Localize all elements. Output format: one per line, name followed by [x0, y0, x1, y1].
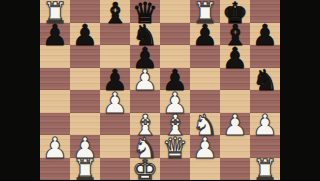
- square-c4[interactable]: ♟: [100, 90, 130, 113]
- square-h6[interactable]: [250, 45, 280, 68]
- square-h3[interactable]: ♟: [250, 113, 280, 136]
- square-c1[interactable]: [100, 158, 130, 181]
- square-b3[interactable]: [70, 113, 100, 136]
- square-b2[interactable]: ♟: [70, 135, 100, 158]
- square-g6[interactable]: ♟: [220, 45, 250, 68]
- chess-board: ♜♝♛♜♚♟♟♞♟♝♟♟♟♟♟♟♞♟♟♝♝♞♟♟♟♟♞♛♟♜♚♜: [40, 0, 280, 180]
- square-g1[interactable]: [220, 158, 250, 181]
- square-g3[interactable]: ♟: [220, 113, 250, 136]
- square-e7[interactable]: [160, 23, 190, 46]
- square-c3[interactable]: [100, 113, 130, 136]
- square-f6[interactable]: [190, 45, 220, 68]
- square-f8[interactable]: ♜: [190, 0, 220, 23]
- square-a5[interactable]: [40, 68, 70, 91]
- square-b4[interactable]: [70, 90, 100, 113]
- square-b6[interactable]: [70, 45, 100, 68]
- square-c8[interactable]: ♝: [100, 0, 130, 23]
- video-frame: ♜♝♛♜♚♟♟♞♟♝♟♟♟♟♟♟♞♟♟♝♝♞♟♟♟♟♞♛♟♜♚♜: [0, 0, 320, 180]
- letterbox-right: [280, 0, 320, 180]
- square-c5[interactable]: ♟: [100, 68, 130, 91]
- square-a8[interactable]: ♜: [40, 0, 70, 23]
- square-h4[interactable]: [250, 90, 280, 113]
- square-a6[interactable]: [40, 45, 70, 68]
- square-g2[interactable]: [220, 135, 250, 158]
- square-g5[interactable]: [220, 68, 250, 91]
- square-d5[interactable]: ♟: [130, 68, 160, 91]
- square-d2[interactable]: ♞: [130, 135, 160, 158]
- square-h7[interactable]: ♟: [250, 23, 280, 46]
- square-d1[interactable]: ♚: [130, 158, 160, 181]
- white-rook-h1: ♜: [252, 156, 278, 180]
- square-c6[interactable]: [100, 45, 130, 68]
- square-h2[interactable]: [250, 135, 280, 158]
- square-e8[interactable]: [160, 0, 190, 23]
- square-h5[interactable]: ♞: [250, 68, 280, 91]
- white-rook-b1: ♜: [72, 156, 98, 180]
- square-d6[interactable]: ♟: [130, 45, 160, 68]
- letterbox-left: [0, 0, 40, 180]
- square-f4[interactable]: [190, 90, 220, 113]
- square-a3[interactable]: [40, 113, 70, 136]
- square-a4[interactable]: [40, 90, 70, 113]
- square-h1[interactable]: ♜: [250, 158, 280, 181]
- square-b1[interactable]: ♜: [70, 158, 100, 181]
- square-a7[interactable]: ♟: [40, 23, 70, 46]
- square-g4[interactable]: [220, 90, 250, 113]
- square-e2[interactable]: ♛: [160, 135, 190, 158]
- square-d3[interactable]: ♝: [130, 113, 160, 136]
- square-b8[interactable]: [70, 0, 100, 23]
- white-king-d1: ♚: [132, 156, 158, 180]
- square-f3[interactable]: ♞: [190, 113, 220, 136]
- square-h8[interactable]: [250, 0, 280, 23]
- square-a1[interactable]: [40, 158, 70, 181]
- square-f7[interactable]: ♟: [190, 23, 220, 46]
- square-f5[interactable]: [190, 68, 220, 91]
- square-d7[interactable]: ♞: [130, 23, 160, 46]
- square-c2[interactable]: [100, 135, 130, 158]
- square-b7[interactable]: ♟: [70, 23, 100, 46]
- square-g8[interactable]: ♚: [220, 0, 250, 23]
- square-d8[interactable]: ♛: [130, 0, 160, 23]
- square-e5[interactable]: ♟: [160, 68, 190, 91]
- square-e6[interactable]: [160, 45, 190, 68]
- square-e1[interactable]: [160, 158, 190, 181]
- square-d4[interactable]: [130, 90, 160, 113]
- square-f2[interactable]: ♟: [190, 135, 220, 158]
- square-a2[interactable]: ♟: [40, 135, 70, 158]
- square-b5[interactable]: [70, 68, 100, 91]
- square-c7[interactable]: [100, 23, 130, 46]
- square-f1[interactable]: [190, 158, 220, 181]
- square-e3[interactable]: ♝: [160, 113, 190, 136]
- square-e4[interactable]: ♟: [160, 90, 190, 113]
- square-g7[interactable]: ♝: [220, 23, 250, 46]
